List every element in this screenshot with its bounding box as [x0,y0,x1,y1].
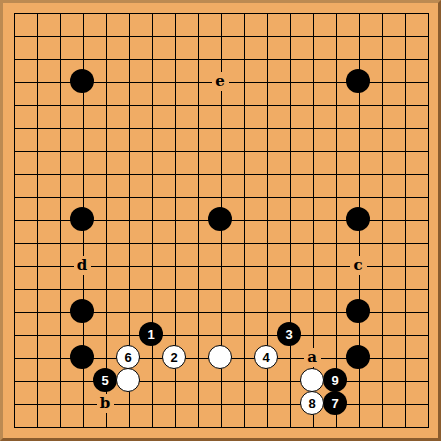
go-board: 135792468abcde [0,0,441,441]
point-label-a: a [304,348,321,367]
point-label-e: e [212,72,229,91]
black-stone-move-9: 9 [323,368,347,392]
point-label-b: b [97,394,114,413]
white-stone [208,345,232,369]
white-stone-move-6: 6 [116,345,140,369]
black-stone [346,207,370,231]
white-stone-move-8: 8 [300,391,324,415]
white-stone [116,368,140,392]
black-stone [70,299,94,323]
black-stone [346,345,370,369]
black-stone [70,207,94,231]
black-stone [70,69,94,93]
white-stone-move-2: 2 [162,345,186,369]
black-stone-move-7: 7 [323,391,347,415]
black-stone-move-3: 3 [277,322,301,346]
black-stone [346,299,370,323]
black-stone [346,69,370,93]
white-stone-move-4: 4 [254,345,278,369]
point-label-d: d [74,256,91,275]
point-label-c: c [350,256,367,275]
goban-intersections: 135792468abcde [2,1,439,438]
black-stone [208,207,232,231]
black-stone [70,345,94,369]
white-stone [300,368,324,392]
black-stone-move-1: 1 [139,322,163,346]
black-stone-move-5: 5 [93,368,117,392]
